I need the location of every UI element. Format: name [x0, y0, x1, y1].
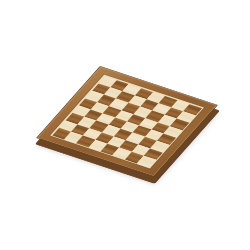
chessboard [36, 66, 218, 177]
product-photo-background [0, 0, 250, 250]
